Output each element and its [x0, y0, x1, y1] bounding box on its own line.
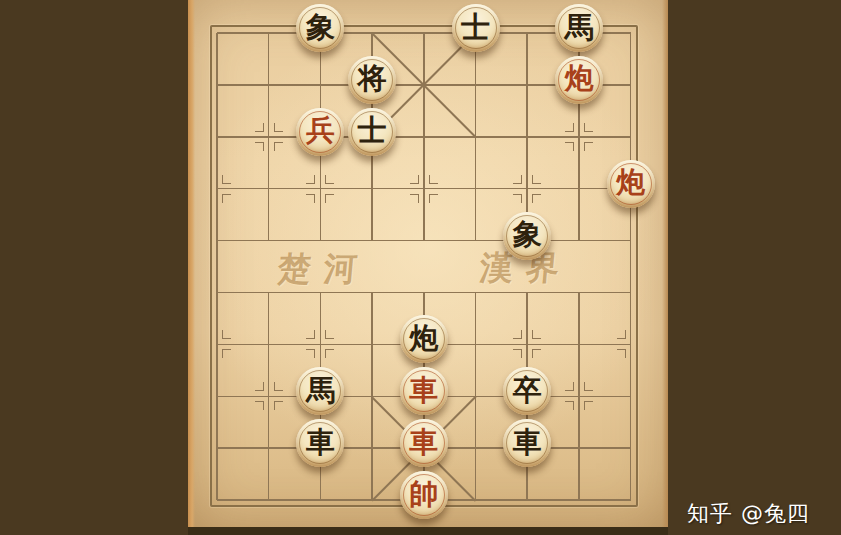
point-marker-corner — [274, 142, 283, 151]
point-marker-corner — [306, 175, 315, 184]
point-marker-corner — [532, 194, 541, 203]
point-marker-corner — [565, 382, 574, 391]
piece-glyph: 炮 — [616, 168, 645, 197]
piece-glyph: 卒 — [513, 376, 542, 405]
grid-line — [526, 33, 528, 241]
piece-red-cannon[interactable]: 炮 — [607, 160, 655, 208]
point-marker-corner — [584, 382, 593, 391]
point-marker-corner — [255, 142, 264, 151]
point-marker-corner — [306, 349, 315, 358]
grid-line — [423, 33, 425, 241]
point-marker-corner — [513, 175, 522, 184]
piece-red-soldier[interactable]: 兵 — [296, 108, 344, 156]
point-marker-corner — [532, 175, 541, 184]
piece-glyph: 象 — [306, 13, 335, 42]
xiangqi-board: 楚河 漢界 象士馬将炮兵士炮象炮馬車卒車車車帥 — [188, 0, 668, 535]
piece-red-cannon[interactable]: 炮 — [555, 56, 603, 104]
point-marker — [306, 175, 334, 203]
piece-black-cannon[interactable]: 炮 — [400, 315, 448, 363]
point-marker-corner — [617, 349, 626, 358]
point-marker-corner — [306, 330, 315, 339]
point-marker-corner — [274, 401, 283, 410]
point-marker-corner — [513, 194, 522, 203]
point-marker-corner — [255, 382, 264, 391]
page: 楚河 漢界 象士馬将炮兵士炮象炮馬車卒車車車帥 知乎 @兔四 — [0, 0, 841, 535]
board-bottom-edge — [188, 527, 668, 535]
point-marker — [617, 330, 645, 358]
board-right-edge — [662, 0, 668, 535]
point-marker-corner — [222, 349, 231, 358]
point-marker-corner — [532, 349, 541, 358]
point-marker-corner — [222, 330, 231, 339]
point-marker-corner — [584, 401, 593, 410]
point-marker-corner — [306, 194, 315, 203]
piece-glyph: 車 — [409, 428, 438, 457]
piece-red-chariot[interactable]: 車 — [400, 367, 448, 415]
point-marker-corner — [429, 175, 438, 184]
piece-glyph: 車 — [409, 376, 438, 405]
piece-glyph: 車 — [306, 428, 335, 457]
piece-glyph: 馬 — [306, 376, 335, 405]
point-marker — [565, 123, 593, 151]
point-marker — [203, 330, 231, 358]
point-marker-corner — [325, 349, 334, 358]
piece-glyph: 兵 — [306, 116, 335, 145]
board-left-edge — [188, 0, 195, 535]
point-marker-corner — [584, 123, 593, 132]
point-marker-corner — [255, 401, 264, 410]
piece-glyph: 炮 — [564, 64, 593, 93]
point-marker-corner — [565, 123, 574, 132]
piece-black-elephant[interactable]: 象 — [503, 212, 551, 260]
point-marker-corner — [565, 142, 574, 151]
point-marker-corner — [325, 330, 334, 339]
point-marker-corner — [513, 349, 522, 358]
piece-red-chariot[interactable]: 車 — [400, 419, 448, 467]
point-marker-corner — [584, 142, 593, 151]
point-marker-corner — [325, 175, 334, 184]
point-marker-corner — [410, 194, 419, 203]
point-marker-corner — [410, 175, 419, 184]
piece-black-advisor[interactable]: 士 — [452, 4, 500, 52]
point-marker — [513, 175, 541, 203]
point-marker-corner — [255, 123, 264, 132]
point-marker — [255, 123, 283, 151]
point-marker-corner — [532, 330, 541, 339]
point-marker-corner — [274, 123, 283, 132]
piece-glyph: 炮 — [409, 324, 438, 353]
point-marker — [203, 175, 231, 203]
piece-glyph: 士 — [461, 13, 490, 42]
piece-black-general[interactable]: 将 — [348, 56, 396, 104]
grid-line — [216, 33, 218, 500]
piece-glyph: 帥 — [409, 480, 438, 509]
piece-glyph: 車 — [513, 428, 542, 457]
point-marker-corner — [617, 330, 626, 339]
piece-glyph: 将 — [358, 64, 387, 93]
point-marker — [410, 175, 438, 203]
point-marker-corner — [325, 194, 334, 203]
point-marker-corner — [513, 330, 522, 339]
river-label-left: 楚河 — [276, 248, 372, 290]
watermark: 知乎 @兔四 — [687, 499, 810, 529]
point-marker — [306, 330, 334, 358]
piece-red-general[interactable]: 帥 — [400, 471, 448, 519]
point-marker-corner — [274, 382, 283, 391]
point-marker-corner — [429, 194, 438, 203]
piece-glyph: 馬 — [564, 13, 593, 42]
piece-glyph: 象 — [513, 220, 542, 249]
point-marker — [255, 382, 283, 410]
point-marker-corner — [565, 401, 574, 410]
point-marker — [513, 330, 541, 358]
grid-line — [630, 33, 632, 500]
piece-black-horse[interactable]: 馬 — [555, 4, 603, 52]
piece-glyph: 士 — [358, 116, 387, 145]
piece-black-advisor[interactable]: 士 — [348, 108, 396, 156]
point-marker-corner — [222, 175, 231, 184]
point-marker-corner — [222, 194, 231, 203]
point-marker — [565, 382, 593, 410]
screenshot: { "game": "xiangqi", "position": { "fen"… — [0, 0, 841, 535]
